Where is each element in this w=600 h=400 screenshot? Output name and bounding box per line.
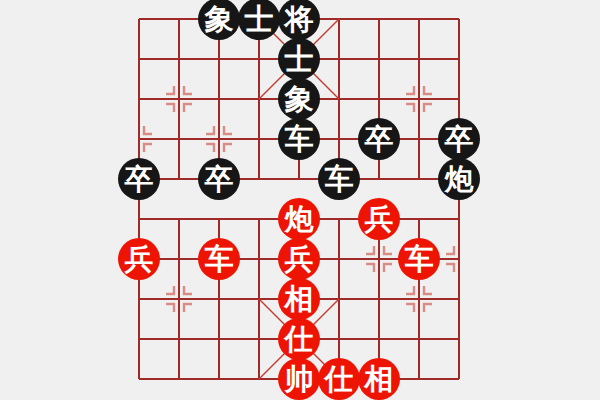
piece-black-advisor[interactable]: 士 (238, 0, 280, 40)
piece-red-elephant[interactable]: 相 (278, 278, 320, 320)
piece-red-general[interactable]: 帅 (278, 358, 320, 400)
piece-black-general[interactable]: 将 (278, 0, 320, 40)
piece-red-chariot[interactable]: 车 (198, 238, 240, 280)
piece-red-advisor[interactable]: 仕 (318, 358, 360, 400)
piece-red-advisor[interactable]: 仕 (278, 318, 320, 360)
piece-black-chariot[interactable]: 车 (278, 118, 320, 160)
xiangqi-board: 象士将士象车卒卒卒卒车炮炮兵兵车兵车相仕帅仕相 (0, 0, 600, 400)
piece-black-elephant[interactable]: 象 (198, 0, 240, 40)
piece-red-elephant[interactable]: 相 (358, 358, 400, 400)
piece-black-cannon[interactable]: 炮 (438, 158, 480, 200)
piece-black-soldier[interactable]: 卒 (198, 158, 240, 200)
piece-red-chariot[interactable]: 车 (398, 238, 440, 280)
piece-red-soldier[interactable]: 兵 (278, 238, 320, 280)
piece-layer[interactable]: 象士将士象车卒卒卒卒车炮炮兵兵车兵车相仕帅仕相 (119, 0, 479, 399)
piece-red-soldier[interactable]: 兵 (118, 238, 160, 280)
piece-black-soldier[interactable]: 卒 (118, 158, 160, 200)
piece-red-cannon[interactable]: 炮 (278, 198, 320, 240)
piece-black-advisor[interactable]: 士 (278, 38, 320, 80)
piece-black-elephant[interactable]: 象 (278, 78, 320, 120)
piece-black-soldier[interactable]: 卒 (438, 118, 480, 160)
piece-black-chariot[interactable]: 车 (318, 158, 360, 200)
piece-red-soldier[interactable]: 兵 (358, 198, 400, 240)
piece-black-soldier[interactable]: 卒 (358, 118, 400, 160)
